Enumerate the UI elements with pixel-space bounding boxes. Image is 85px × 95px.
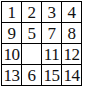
fifteen-puzzle-board: 1 2 3 4 9 5 7 8 10 11 12 13 6 15 14: [1, 1, 82, 86]
tile-r1c4[interactable]: 4: [62, 2, 81, 22]
tile-r4c1[interactable]: 13: [2, 65, 21, 85]
tile-r4c3[interactable]: 15: [42, 65, 61, 85]
tile-r3c1[interactable]: 10: [2, 44, 21, 64]
tile-r1c1[interactable]: 1: [2, 2, 21, 22]
tile-r3c3[interactable]: 11: [42, 44, 61, 64]
tile-r2c3[interactable]: 7: [42, 23, 61, 43]
tile-r4c2[interactable]: 6: [22, 65, 41, 85]
tile-r1c3[interactable]: 3: [42, 2, 61, 22]
tile-r3c4[interactable]: 12: [62, 44, 81, 64]
tile-r4c4[interactable]: 14: [62, 65, 81, 85]
tile-r2c2[interactable]: 5: [22, 23, 41, 43]
tile-r1c2[interactable]: 2: [22, 2, 41, 22]
tile-r2c1[interactable]: 9: [2, 23, 21, 43]
tile-r2c4[interactable]: 8: [62, 23, 81, 43]
empty-cell-r3c2: [22, 44, 41, 64]
